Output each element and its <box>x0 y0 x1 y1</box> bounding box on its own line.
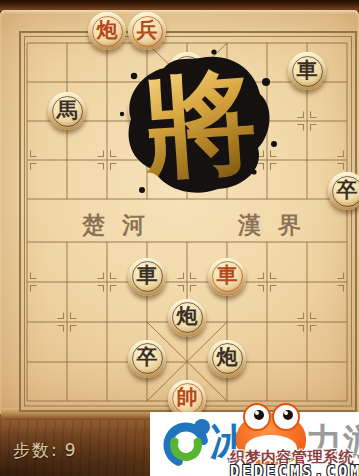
piece-glyph: 帥 <box>177 387 198 408</box>
piece-glyph: 兵 <box>137 20 158 41</box>
piece-glyph: 馬 <box>57 100 78 121</box>
step-counter: 步数:9 <box>13 439 78 462</box>
piece-glyph: 車 <box>297 60 318 81</box>
piece-glyph: 炮 <box>217 347 238 368</box>
step-label: 步数: <box>13 440 59 460</box>
piece-black-馬[interactable]: 馬 <box>48 92 86 130</box>
piece-black-車[interactable]: 車 <box>128 258 166 296</box>
frog-eye-left <box>243 403 271 431</box>
river-label-left: 楚河 <box>82 210 162 241</box>
piece-glyph: 卒 <box>337 180 358 201</box>
check-banner: 將 <box>116 48 284 202</box>
piece-red-兵[interactable]: 兵 <box>128 12 166 50</box>
step-value: 9 <box>65 440 78 460</box>
watermark-cms-line2: DEDECMS.COM <box>230 463 359 476</box>
piece-glyph: 卒 <box>137 347 158 368</box>
piece-red-炮[interactable]: 炮 <box>88 12 126 50</box>
piece-red-車[interactable]: 車 <box>208 258 246 296</box>
piece-glyph: 炮 <box>177 306 198 327</box>
river-label-right: 漢界 <box>238 210 318 241</box>
piece-black-炮[interactable]: 炮 <box>168 299 206 337</box>
swirl-logo-icon <box>158 417 214 471</box>
watermark-box: 冰 力游 织梦内容管理系统 DEDECMS.COM <box>150 412 359 476</box>
piece-glyph: 車 <box>217 265 238 286</box>
frog-eye-right <box>272 403 300 431</box>
piece-black-炮[interactable]: 炮 <box>208 340 246 378</box>
piece-glyph: 炮 <box>97 20 118 41</box>
piece-black-卒[interactable]: 卒 <box>128 340 166 378</box>
game-screen: 楚河 漢界 炮兵士車馬將卒車車炮卒炮帥 將 步数:9 冰 <box>0 0 359 476</box>
piece-glyph: 車 <box>137 265 158 286</box>
check-text: 將 <box>119 49 280 199</box>
piece-black-車[interactable]: 車 <box>288 52 326 90</box>
